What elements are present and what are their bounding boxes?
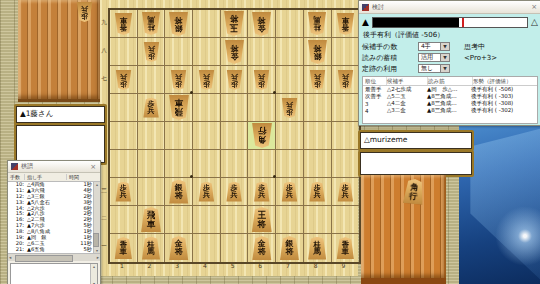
- board-cell-8-3[interactable]: 歩兵: [304, 178, 332, 206]
- board-cell-9-8[interactable]: [332, 38, 360, 66]
- evaluation-tick: [462, 18, 464, 27]
- file-label: 5: [219, 262, 247, 269]
- engine-name: <Pro+3>: [464, 54, 497, 62]
- shogi-piece-gote[interactable]: 香車: [336, 237, 355, 259]
- sente-name-panel: ▲1藤さん: [14, 104, 107, 125]
- kifu-scroll-thumb[interactable]: [93, 233, 99, 247]
- file-label: 1: [108, 262, 136, 269]
- analysis-window: 検討 × ▲ △ 後手有利（評価値 -506） 候補手の数 4手 ▼ 思考中 読…: [358, 0, 540, 126]
- shogi-piece-gote[interactable]: 桂馬: [141, 237, 161, 260]
- shogi-piece-sente[interactable]: 歩兵: [226, 70, 243, 90]
- file-label: 2: [136, 262, 164, 269]
- shogi-piece-sente[interactable]: 金将: [251, 12, 272, 36]
- board-star-point: [190, 175, 193, 178]
- rank-label: 一: [100, 232, 108, 260]
- board-cell-8-4[interactable]: [304, 150, 332, 178]
- shogi-piece-sente[interactable]: 香車: [336, 13, 355, 35]
- board-cell-5-1[interactable]: [221, 234, 249, 262]
- gote-player-name: △murizeme: [360, 132, 472, 144]
- shogi-piece-sente[interactable]: 銀将: [307, 40, 328, 64]
- board-cell-2-9[interactable]: 桂馬: [138, 10, 166, 38]
- board-cell-1-2[interactable]: [110, 206, 138, 234]
- book-use-label: 定跡の利用: [362, 64, 418, 74]
- board-cell-8-6[interactable]: [304, 94, 332, 122]
- board-cell-3-6[interactable]: 飛車: [165, 94, 193, 122]
- shogi-piece-gote[interactable]: 歩兵: [253, 182, 270, 202]
- board-cell-2-6[interactable]: 歩兵: [138, 94, 166, 122]
- board-cell-9-6[interactable]: [332, 94, 360, 122]
- board-cell-1-7[interactable]: 歩兵: [110, 66, 138, 94]
- board-cell-2-4[interactable]: [138, 150, 166, 178]
- shogi-piece-gote[interactable]: 歩兵: [281, 182, 298, 202]
- scroll-up-icon[interactable]: ▴: [96, 182, 98, 187]
- shogi-piece-gote[interactable]: 歩兵: [226, 182, 243, 202]
- board-cell-5-8[interactable]: 金将: [221, 38, 249, 66]
- gote-mark: △: [531, 17, 538, 27]
- board-cell-9-7[interactable]: 歩兵: [332, 66, 360, 94]
- candidate-row[interactable]: 4△3二金▲8三角成…後手有利 ( -302): [363, 107, 537, 114]
- file-label: 9: [330, 262, 358, 269]
- shogi-piece-sente[interactable]: 歩兵: [76, 2, 93, 22]
- shogi-piece-sente[interactable]: 歩兵: [170, 70, 187, 90]
- board-cell-3-3[interactable]: 銀将: [165, 178, 193, 206]
- kifu-titlebar[interactable]: 棋譜 ×: [8, 161, 100, 173]
- board-cell-8-1[interactable]: 桂馬: [304, 234, 332, 262]
- gote-komadai[interactable]: 角行: [361, 175, 446, 284]
- shogi-piece-sente[interactable]: 玉将: [223, 11, 245, 36]
- analysis-close-icon[interactable]: ×: [531, 3, 538, 11]
- shogi-piece-gote[interactable]: 香車: [114, 237, 133, 259]
- shogi-piece-gote[interactable]: 金将: [168, 236, 189, 260]
- board-cell-1-1[interactable]: 香車: [110, 234, 138, 262]
- analysis-window-icon: [362, 4, 369, 11]
- thinking-status: 思考中: [464, 42, 485, 52]
- candidate-row[interactable]: 次善手△5二玉▲8三角成…後手有利 ( -303): [363, 93, 537, 100]
- comment-scrollbar[interactable]: ▴ ▾: [90, 264, 97, 284]
- board-cell-1-3[interactable]: 歩兵: [110, 178, 138, 206]
- board-star-point: [273, 91, 276, 94]
- kifu-move-list[interactable]: 10:△4四角1秒11:▲3六飛4秒12:△3三銀2秒13:▲5八金右3秒14:…: [8, 182, 100, 253]
- shogi-piece-gote[interactable]: 王将: [251, 207, 273, 232]
- rank-label: 二: [100, 204, 108, 232]
- board-cell-6-7[interactable]: 歩兵: [248, 66, 276, 94]
- candidate-table-header: 順位 候補手 読み筋 形勢（評価値）: [363, 77, 537, 86]
- board-cell-2-1[interactable]: 桂馬: [138, 234, 166, 262]
- kifu-header-row: 手数 指し手 時間: [8, 173, 100, 182]
- file-label: 3: [163, 262, 191, 269]
- board-cell-5-4[interactable]: [221, 150, 249, 178]
- board-cell-2-8[interactable]: 歩兵: [138, 38, 166, 66]
- candidate-count-select[interactable]: 4手 ▼: [418, 42, 450, 51]
- kifu-header-time: 時間: [67, 174, 100, 180]
- board-cell-8-7[interactable]: 歩兵: [304, 66, 332, 94]
- rank-label: 七: [100, 64, 108, 92]
- chevron-down-icon[interactable]: ▼: [440, 65, 449, 72]
- wallpaper-glow: [490, 201, 540, 271]
- board-cell-3-9[interactable]: 銀将: [165, 10, 193, 38]
- board-cell-4-7[interactable]: 歩兵: [193, 66, 221, 94]
- shogi-piece-gote[interactable]: 歩兵: [115, 182, 132, 202]
- board-cell-7-9[interactable]: [276, 10, 304, 38]
- board-cell-3-8[interactable]: [165, 38, 193, 66]
- board-cell-8-8[interactable]: 銀将: [304, 38, 332, 66]
- shogi-piece-gote[interactable]: 金将: [251, 236, 272, 260]
- kifu-window-title: 棋譜: [21, 162, 90, 171]
- kifu-close-icon[interactable]: ×: [90, 163, 97, 171]
- book-use-row: 定跡の利用 無し ▼: [362, 63, 538, 74]
- file-labels: 123456789: [108, 262, 357, 269]
- shogi-piece-gote[interactable]: 歩兵: [309, 182, 326, 202]
- board-cell-6-6[interactable]: [248, 94, 276, 122]
- board-cell-7-5[interactable]: [276, 122, 304, 150]
- board-cell-1-4[interactable]: [110, 150, 138, 178]
- shogi-piece-sente[interactable]: 桂馬: [307, 12, 327, 35]
- board-cell-4-6[interactable]: [193, 94, 221, 122]
- shogi-piece-gote[interactable]: 歩兵: [337, 182, 354, 202]
- board-cell-2-2[interactable]: 飛車: [138, 206, 166, 234]
- shogi-piece-gote[interactable]: 桂馬: [307, 237, 327, 260]
- gote-hand-pieces[interactable]: 角行: [402, 178, 426, 205]
- file-label: 7: [274, 262, 302, 269]
- board-cell-6-5[interactable]: 角行: [248, 122, 276, 150]
- board-cell-2-3[interactable]: [138, 178, 166, 206]
- file-label: 8: [302, 262, 330, 269]
- gote-info-box: [358, 150, 474, 177]
- board-cell-3-2[interactable]: [165, 206, 193, 234]
- shogi-piece-sente[interactable]: 桂馬: [141, 12, 161, 35]
- analysis-titlebar[interactable]: 検討 ×: [359, 1, 540, 14]
- file-label: 6: [246, 262, 274, 269]
- board-cell-7-1[interactable]: 銀将: [276, 234, 304, 262]
- candidate-row[interactable]: 3△4二金▲8三角成…後手有利 ( -308): [363, 100, 537, 107]
- rank-label: 八: [100, 36, 108, 64]
- board-star-point: [190, 91, 193, 94]
- board-cell-4-2[interactable]: [193, 206, 221, 234]
- book-use-select[interactable]: 無し ▼: [418, 64, 450, 73]
- board-cell-5-2[interactable]: [221, 206, 249, 234]
- board-cell-5-9[interactable]: 玉将: [221, 10, 249, 38]
- kifu-header-moves: 手数: [8, 174, 25, 180]
- shogi-piece-gote[interactable]: 飛車: [140, 207, 162, 232]
- board-cell-7-2[interactable]: [276, 206, 304, 234]
- board-cell-9-3[interactable]: 歩兵: [332, 178, 360, 206]
- board-cell-6-8[interactable]: [248, 38, 276, 66]
- board-cell-3-7[interactable]: 歩兵: [165, 66, 193, 94]
- evaluation-fill: [373, 18, 459, 27]
- shogi-piece-gote[interactable]: 歩兵: [198, 182, 215, 202]
- app-root: { "game": "shogi", "position": { "sfen":…: [0, 0, 540, 284]
- kifu-row[interactable]: 21:▲6五角5秒: [8, 247, 100, 253]
- shogi-piece-sente[interactable]: 歩兵: [143, 42, 160, 62]
- gote-name-panel: △murizeme: [358, 130, 474, 151]
- shogi-piece-gote[interactable]: 銀将: [168, 180, 189, 204]
- board-cell-7-8[interactable]: [276, 38, 304, 66]
- rank-label: 九: [100, 8, 108, 36]
- board-cell-7-6[interactable]: 歩兵: [276, 94, 304, 122]
- sente-info-box: [14, 123, 107, 165]
- board-cell-9-5[interactable]: [332, 122, 360, 150]
- board-cell-7-3[interactable]: 歩兵: [276, 178, 304, 206]
- board-cell-9-2[interactable]: [332, 206, 360, 234]
- sente-mark: ▲: [362, 17, 369, 27]
- board-cell-5-3[interactable]: 歩兵: [221, 178, 249, 206]
- candidate-count-row: 候補手の数 4手 ▼ 思考中: [362, 41, 538, 52]
- candidate-moves-table[interactable]: 順位 候補手 読み筋 形勢（評価値） 最善手△2七歩成▲同 歩△…後手有利 ( …: [362, 76, 538, 124]
- board-cell-1-6[interactable]: [110, 94, 138, 122]
- shogi-piece-sente[interactable]: 金将: [224, 40, 245, 64]
- shogi-piece-sente[interactable]: 歩兵: [115, 70, 132, 90]
- board-cell-7-4[interactable]: [276, 150, 304, 178]
- sente-hand-pieces[interactable]: 歩兵: [76, 2, 93, 22]
- shogi-piece-sente[interactable]: 銀将: [168, 12, 189, 36]
- candidate-row[interactable]: 最善手△2七歩成▲同 歩△…後手有利 ( -506): [363, 86, 537, 93]
- kifu-hscroll-thumb[interactable]: [15, 255, 73, 262]
- kifu-window-icon: [11, 163, 18, 170]
- board-cell-1-9[interactable]: 香車: [110, 10, 138, 38]
- evaluation-text: 後手有利（評価値 -506）: [363, 30, 538, 40]
- board-grid[interactable]: 香車桂馬銀将玉将金将桂馬香車歩兵金将銀将歩兵歩兵歩兵歩兵歩兵歩兵歩兵歩兵飛車歩兵…: [108, 8, 361, 264]
- board-cell-4-9[interactable]: [193, 10, 221, 38]
- chevron-down-icon[interactable]: ▼: [440, 54, 449, 61]
- shogi-piece-sente[interactable]: 角行: [251, 123, 273, 148]
- board-cell-5-6[interactable]: [221, 94, 249, 122]
- board-cell-2-7[interactable]: [138, 66, 166, 94]
- board-cell-1-8[interactable]: [110, 38, 138, 66]
- kifu-window: 棋譜 × 手数 指し手 時間 10:△4四角1秒11:▲3六飛4秒12:△3三銀…: [7, 160, 101, 284]
- shogi-piece-sente[interactable]: 歩兵: [198, 70, 215, 90]
- board-cell-5-5[interactable]: [221, 122, 249, 150]
- shogi-piece-gote[interactable]: 角行: [402, 178, 426, 205]
- shogi-piece-gote[interactable]: 歩兵: [143, 98, 160, 118]
- shogi-piece-sente[interactable]: 歩兵: [309, 70, 326, 90]
- shogi-piece-sente[interactable]: 歩兵: [253, 70, 270, 90]
- board-cell-1-5[interactable]: [110, 122, 138, 150]
- shogi-piece-sente[interactable]: 飛車: [168, 95, 190, 120]
- board-star-point: [273, 175, 276, 178]
- shogi-piece-sente[interactable]: 歩兵: [337, 70, 354, 90]
- kifu-comment-box[interactable]: ▴ ▾: [10, 263, 98, 284]
- board-cell-4-8[interactable]: [193, 38, 221, 66]
- evaluation-bar: [372, 17, 528, 28]
- board-cell-8-5[interactable]: [304, 122, 332, 150]
- board-cell-3-5[interactable]: [165, 122, 193, 150]
- kifu-header-move: 指し手: [25, 174, 67, 180]
- reading-accum-row: 読みの蓄積 活用 ▼ <Pro+3>: [362, 52, 538, 63]
- board-cell-6-2[interactable]: 王将: [248, 206, 276, 234]
- scroll-right-icon[interactable]: ▸: [97, 255, 99, 260]
- board-cell-2-5[interactable]: [138, 122, 166, 150]
- board-cell-3-4[interactable]: [165, 150, 193, 178]
- shogi-board: 九八七六五四三二一 香車桂馬銀将玉将金将桂馬香車歩兵金将銀将歩兵歩兵歩兵歩兵歩兵…: [100, 0, 358, 276]
- board-cell-3-1[interactable]: 金将: [165, 234, 193, 262]
- board-cell-7-7[interactable]: [276, 66, 304, 94]
- sente-komadai[interactable]: 歩兵: [18, 0, 100, 102]
- board-cell-6-1[interactable]: 金将: [248, 234, 276, 262]
- analysis-window-title: 検討: [372, 3, 531, 12]
- file-label: 4: [191, 262, 219, 269]
- board-cell-9-4[interactable]: [332, 150, 360, 178]
- board-cell-6-3[interactable]: 歩兵: [248, 178, 276, 206]
- board-cell-6-9[interactable]: 金将: [248, 10, 276, 38]
- sente-player-name: ▲1藤さん: [16, 106, 105, 119]
- board-cell-4-1[interactable]: [193, 234, 221, 262]
- rank-label: 三: [100, 176, 108, 204]
- candidate-count-label: 候補手の数: [362, 42, 418, 52]
- board-cell-4-3[interactable]: 歩兵: [193, 178, 221, 206]
- scroll-left-icon[interactable]: ◂: [9, 255, 11, 260]
- board-cell-5-7[interactable]: 歩兵: [221, 66, 249, 94]
- board-cell-9-9[interactable]: 香車: [332, 10, 360, 38]
- reading-accum-select[interactable]: 活用 ▼: [418, 53, 450, 62]
- reading-accum-label: 読みの蓄積: [362, 53, 418, 63]
- board-cell-4-5[interactable]: [193, 122, 221, 150]
- board-cell-6-4[interactable]: [248, 150, 276, 178]
- board-cell-9-1[interactable]: 香車: [332, 234, 360, 262]
- board-cell-4-4[interactable]: [193, 150, 221, 178]
- shogi-piece-sente[interactable]: 香車: [114, 13, 133, 35]
- scroll-up-icon[interactable]: ▴: [93, 264, 95, 269]
- evaluation-bar-row: ▲ △: [362, 16, 538, 28]
- board-cell-8-9[interactable]: 桂馬: [304, 10, 332, 38]
- chevron-down-icon[interactable]: ▼: [440, 43, 449, 50]
- kifu-horizontal-scrollbar[interactable]: ◂ ▸: [8, 253, 100, 261]
- board-cell-8-2[interactable]: [304, 206, 332, 234]
- shogi-piece-sente[interactable]: 歩兵: [281, 98, 298, 118]
- shogi-piece-gote[interactable]: 銀将: [279, 236, 300, 260]
